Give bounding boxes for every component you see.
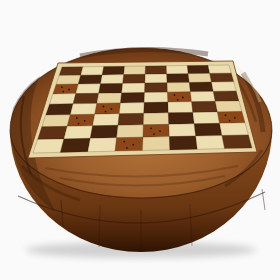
- burl-speckle: [234, 117, 236, 119]
- square-e3: [143, 113, 168, 125]
- square-c1: [88, 138, 117, 152]
- burl-speckle: [159, 130, 161, 132]
- burl-speckle: [177, 99, 179, 101]
- square-e5: [144, 92, 168, 102]
- square-d2: [117, 125, 144, 138]
- product-photo: [0, 0, 280, 280]
- square-c7: [101, 75, 124, 84]
- square-f2: [169, 124, 196, 137]
- square-f8: [166, 66, 188, 75]
- square-e6: [145, 83, 168, 93]
- square-e1: [143, 137, 170, 151]
- square-d1: [115, 137, 143, 151]
- burl-speckle: [182, 97, 184, 99]
- square-g4: [192, 101, 218, 112]
- square-a8: [59, 67, 83, 76]
- square-f6: [167, 83, 190, 93]
- square-e7: [145, 74, 167, 83]
- square-a2: [38, 126, 68, 139]
- square-b8: [81, 67, 104, 76]
- burl-speckle: [62, 91, 64, 93]
- square-b6: [76, 84, 101, 94]
- square-e4: [144, 102, 169, 113]
- burl-speckle: [126, 147, 128, 149]
- square-c4: [95, 103, 121, 114]
- burl-speckle: [76, 117, 78, 119]
- square-h4: [215, 101, 242, 112]
- square-h8: [208, 65, 231, 73]
- round-chess-board: [0, 0, 280, 280]
- square-d4: [119, 103, 144, 114]
- square-a5: [50, 94, 76, 105]
- square-c6: [99, 83, 123, 93]
- square-f4: [168, 102, 193, 113]
- square-b2: [64, 126, 93, 139]
- burl-speckle: [123, 141, 125, 143]
- burl-speckle: [225, 114, 227, 116]
- square-g6: [189, 82, 213, 92]
- burl-speckle: [61, 86, 63, 88]
- square-a3: [42, 115, 71, 127]
- square-b4: [70, 103, 97, 114]
- square-f3: [168, 112, 194, 124]
- burl-speckle: [68, 89, 70, 91]
- square-g8: [187, 65, 209, 73]
- square-d7: [123, 74, 146, 83]
- burl-speckle: [111, 108, 113, 110]
- square-f5: [168, 92, 192, 102]
- chessboard-squares: [33, 65, 252, 153]
- square-e8: [145, 66, 167, 75]
- square-a6: [53, 84, 78, 94]
- square-h2: [220, 123, 249, 136]
- burl-speckle: [105, 111, 107, 113]
- square-c8: [102, 66, 124, 75]
- square-d5: [121, 93, 145, 104]
- square-h3: [217, 111, 245, 123]
- square-b3: [67, 114, 95, 126]
- burl-speckle: [174, 94, 176, 96]
- burl-speckle: [153, 133, 155, 135]
- square-g5: [190, 91, 215, 101]
- square-g7: [188, 73, 211, 82]
- square-h7: [210, 73, 234, 82]
- square-c3: [93, 114, 120, 126]
- square-g2: [194, 123, 222, 136]
- square-d6: [122, 83, 145, 93]
- burl-speckle: [78, 123, 80, 125]
- square-f1: [169, 136, 197, 150]
- square-b5: [73, 93, 99, 104]
- square-c2: [90, 125, 118, 138]
- square-g3: [193, 112, 220, 124]
- square-d3: [118, 113, 144, 125]
- burl-speckle: [132, 144, 134, 146]
- square-c5: [97, 93, 122, 104]
- square-h1: [222, 135, 252, 149]
- square-a4: [46, 104, 73, 115]
- burl-speckle: [150, 127, 152, 129]
- square-h5: [213, 91, 239, 101]
- square-f7: [167, 74, 190, 83]
- square-a7: [56, 75, 81, 84]
- square-g1: [196, 136, 225, 150]
- square-e2: [143, 124, 169, 137]
- burl-speckle: [229, 120, 231, 122]
- square-b1: [60, 138, 90, 152]
- burl-speckle: [84, 120, 86, 122]
- square-b7: [78, 75, 102, 84]
- square-h6: [212, 82, 237, 92]
- square-d8: [124, 66, 146, 75]
- burl-speckle: [103, 106, 105, 108]
- square-a1: [33, 139, 64, 153]
